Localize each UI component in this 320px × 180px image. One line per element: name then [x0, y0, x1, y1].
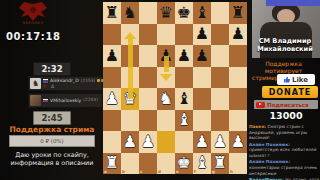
- support-line1: Поддержка мотивирует: [247, 61, 320, 75]
- square-c7[interactable]: [139, 24, 157, 46]
- player-row-white[interactable]: VMihailovskiy (2243): [28, 93, 103, 108]
- square-g8[interactable]: [211, 2, 229, 24]
- chat-message: ВладиМирыч: Ну ладно, хотя надеялись — з…: [249, 177, 320, 180]
- chat-username: Алайн Похилюк:: [249, 159, 290, 164]
- square-h2[interactable]: ♟: [229, 131, 247, 153]
- square-a5[interactable]: [103, 67, 121, 89]
- square-f8[interactable]: ♝: [193, 2, 211, 24]
- white-player-avatar: [30, 95, 41, 106]
- white-pawn: ♟: [141, 134, 155, 150]
- square-f5[interactable]: [193, 67, 211, 89]
- square-c3[interactable]: [139, 110, 157, 132]
- square-f6[interactable]: ♟: [193, 45, 211, 67]
- square-g6[interactable]: [211, 45, 229, 67]
- black-rook: ♜: [231, 5, 245, 21]
- black-pawn: ♟: [105, 48, 119, 64]
- square-g5[interactable]: [211, 67, 229, 89]
- subscribe-label: Подписаться: [267, 102, 309, 108]
- square-a3[interactable]: [103, 110, 121, 132]
- square-b3[interactable]: [121, 110, 139, 132]
- black-pawn: ♟: [231, 26, 245, 42]
- square-g3[interactable]: [211, 110, 229, 132]
- arrow-head-b7: [124, 32, 136, 39]
- white-bishop: ♝: [195, 155, 209, 171]
- file-label-d: d: [158, 170, 161, 174]
- black-pawn: ♟: [195, 26, 209, 42]
- subscribe-button[interactable]: Подписаться: [254, 100, 318, 109]
- chat-message: Алайн Похилюк: комментарии стримера очен…: [249, 159, 320, 176]
- square-e7[interactable]: [175, 24, 193, 46]
- streamer-title-line2: Михайловский: [250, 46, 320, 54]
- player-row-black[interactable]: ♞ Aleksandr_D (2153) ♘ ♙: [28, 76, 103, 91]
- square-d2[interactable]: [157, 131, 175, 153]
- chat-message: Алайн Похилюк: приветствую всех любителе…: [249, 142, 320, 159]
- square-f3[interactable]: [193, 110, 211, 132]
- square-d4[interactable]: ♞: [157, 88, 175, 110]
- black-knight: ♞: [123, 5, 137, 21]
- square-c4[interactable]: [139, 88, 157, 110]
- youtube-play-icon: [256, 102, 265, 108]
- white-player-rating: (2243): [83, 98, 98, 103]
- white-pawn: ♟: [213, 134, 227, 150]
- square-g1[interactable]: ♜g: [211, 153, 229, 175]
- square-a2[interactable]: [103, 131, 121, 153]
- black-rook: ♜: [105, 5, 119, 21]
- chat-text: приветствую всех любителей шахмат !: [249, 147, 317, 158]
- info-line-1: Даю уроки по скайпу,: [0, 151, 104, 159]
- white-player-name: VMihailovskiy: [50, 98, 81, 103]
- chat-username: ВладиМирыч:: [249, 177, 285, 180]
- white-pawn: ♟: [231, 134, 245, 150]
- black-pawn: ♟: [177, 48, 191, 64]
- donate-button[interactable]: DONATE: [262, 86, 318, 98]
- arrow-shaft-b4-b7: [128, 39, 133, 99]
- file-label-b: b: [122, 170, 125, 174]
- logo-caption: ВОЕНМЕХ: [15, 22, 51, 26]
- chat-username: Павел:: [249, 124, 268, 129]
- white-knight: ♞: [159, 91, 173, 107]
- square-c1[interactable]: c: [139, 153, 157, 175]
- square-c8[interactable]: [139, 2, 157, 24]
- file-label-g: g: [212, 170, 215, 174]
- square-a1[interactable]: ♜a: [103, 153, 121, 175]
- square-g4[interactable]: [211, 88, 229, 110]
- file-label-f: f: [194, 170, 196, 174]
- chat-list[interactable]: Павел: Смотрю стрим с Андрюшей, уровень …: [249, 124, 320, 180]
- square-b1[interactable]: b: [121, 153, 139, 175]
- square-e2[interactable]: [175, 131, 193, 153]
- support-stream-title: Поддержка стрима: [0, 125, 104, 134]
- square-h3[interactable]: [229, 110, 247, 132]
- square-d7[interactable]: [157, 24, 175, 46]
- square-h1[interactable]: h: [229, 153, 247, 175]
- info-line-2: информация в описании: [0, 159, 104, 167]
- square-h5[interactable]: [229, 67, 247, 89]
- square-g2[interactable]: ♟: [211, 131, 229, 153]
- white-pawn: ♟: [195, 134, 209, 150]
- flag-icon: [43, 79, 48, 83]
- chat-text: комментарии стримера очень интересные: [249, 165, 317, 176]
- trophy-icon: [97, 79, 100, 82]
- square-f2[interactable]: ♟: [193, 131, 211, 153]
- file-label-a: a: [104, 170, 107, 174]
- donation-progress-bar[interactable]: 0 ₽ (0%): [9, 135, 95, 147]
- black-pawn: ♟: [195, 48, 209, 64]
- file-label-e: e: [176, 170, 179, 174]
- square-d8[interactable]: ♛: [157, 2, 175, 24]
- square-a6[interactable]: ♟: [103, 45, 121, 67]
- square-h6[interactable]: [229, 45, 247, 67]
- square-h7[interactable]: ♟: [229, 24, 247, 46]
- arrow-head-d5: [160, 74, 172, 81]
- square-h4[interactable]: [229, 88, 247, 110]
- square-b2[interactable]: ♟: [121, 131, 139, 153]
- square-e8[interactable]: ♚: [175, 2, 193, 24]
- square-f1[interactable]: ♝f: [193, 153, 211, 175]
- file-label-c: c: [140, 170, 142, 174]
- black-clock: 2:32: [33, 62, 71, 76]
- subscriber-count: 13000: [254, 110, 318, 121]
- white-pawn: ♟: [105, 91, 119, 107]
- chat-username: Алайн Похилюк:: [249, 142, 290, 147]
- square-e3[interactable]: ♝: [175, 110, 193, 132]
- black-bishop: ♝: [177, 91, 191, 107]
- notification-bar: [266, 0, 320, 6]
- square-c5[interactable]: [139, 67, 157, 89]
- stream-timer: 00:17:18: [6, 31, 61, 42]
- square-e5[interactable]: [175, 67, 193, 89]
- captured-pieces: ♘ ♙: [43, 84, 56, 89]
- square-c2[interactable]: ♟: [139, 131, 157, 153]
- stream-screen: ВОЕНМЕХ 00:17:18 2:32 ♞ Aleksandr_D (215…: [0, 0, 320, 180]
- square-f7[interactable]: ♟: [193, 24, 211, 46]
- donate-label: DONATE: [269, 88, 312, 97]
- square-d1[interactable]: d: [157, 153, 175, 175]
- black-bishop: ♝: [195, 5, 209, 21]
- square-a8[interactable]: ♜: [103, 2, 121, 24]
- like-button[interactable]: Like: [277, 74, 315, 85]
- chat-message: Павел: Смотрю стрим с Андрюшей, уровень …: [249, 124, 320, 141]
- flag-icon: [43, 99, 48, 103]
- club-logo: ВОЕНМЕХ: [15, 2, 51, 29]
- black-queen: ♛: [159, 5, 173, 21]
- square-b8[interactable]: ♞: [121, 2, 139, 24]
- square-h8[interactable]: ♜: [229, 2, 247, 24]
- thumbs-up-icon: [284, 77, 290, 83]
- square-e4[interactable]: ♝: [175, 88, 193, 110]
- square-d3[interactable]: [157, 110, 175, 132]
- like-label: Like: [292, 76, 308, 84]
- square-a7[interactable]: [103, 24, 121, 46]
- white-clock: 2:45: [33, 111, 71, 125]
- square-f4[interactable]: [193, 88, 211, 110]
- arrow-shaft-d6-d5: [164, 56, 169, 73]
- streamer-title: СМ Владимир Михайловский: [250, 38, 320, 53]
- square-g7[interactable]: [211, 24, 229, 46]
- square-c6[interactable]: [139, 45, 157, 67]
- black-player-avatar: ♞: [30, 78, 41, 89]
- black-king: ♚: [177, 5, 191, 21]
- eagle-emblem-icon: [18, 2, 48, 22]
- square-e1[interactable]: ♚e: [175, 153, 193, 175]
- white-pawn: ♟: [123, 134, 137, 150]
- lessons-info-text: Даю уроки по скайпу, информация в описан…: [0, 151, 104, 167]
- chess-board[interactable]: ♜♞♛♚♝♜♟♟♟♟♟♟♟♛♞♝♝♟♟♟♟♟♜abcd♚e♝f♜gh: [103, 2, 247, 174]
- square-a4[interactable]: ♟: [103, 88, 121, 110]
- white-bishop: ♝: [177, 112, 191, 128]
- file-label-h: h: [230, 170, 233, 174]
- square-e6[interactable]: ♟: [175, 45, 193, 67]
